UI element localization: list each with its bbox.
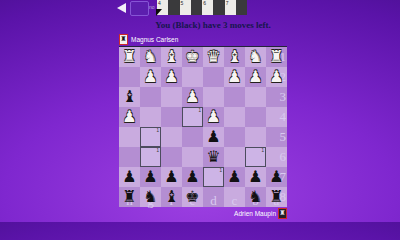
square-f7[interactable]: ♟: [161, 167, 182, 187]
square-f1[interactable]: ♝: [161, 47, 182, 67]
white-p-piece[interactable]: ♟: [224, 67, 245, 87]
square-d7[interactable]: 1: [203, 167, 224, 187]
black-p-piece[interactable]: ♟: [119, 167, 140, 187]
square-a2[interactable]: 2♟: [266, 67, 287, 87]
rank-label-4: 4: [280, 109, 287, 125]
strip-square-number: 6: [203, 0, 206, 6]
square-d8[interactable]: d: [203, 187, 224, 207]
square-d1[interactable]: ♛: [203, 47, 224, 67]
square-d6[interactable]: ♛: [203, 147, 224, 167]
square-e2[interactable]: [182, 67, 203, 87]
square-e7[interactable]: ♟: [182, 167, 203, 187]
black-p-piece[interactable]: ♟: [266, 167, 287, 187]
white-p-piece[interactable]: ♟: [203, 107, 224, 127]
strip-square-7[interactable]: 7: [225, 0, 236, 15]
chess-board[interactable]: ♜♞♝♚♛♝♞1♜♟♟♟♟2♟♝♟3♟1♟41♟51♛16♟♟♟♟1♟♟7♟h♜…: [119, 46, 287, 207]
player-bottom-name: Adrien Maupin: [234, 210, 276, 217]
square-a7[interactable]: 7♟: [266, 167, 287, 187]
square-b1[interactable]: ♞: [245, 47, 266, 67]
square-h4[interactable]: ♟: [119, 107, 140, 127]
square-c2[interactable]: ♟: [224, 67, 245, 87]
square-a6[interactable]: 6: [266, 147, 287, 167]
rank-label-5: 5: [280, 129, 287, 145]
strip-square-2[interactable]: [168, 0, 179, 15]
square-a3[interactable]: 3: [266, 87, 287, 107]
square-e3[interactable]: ♟: [182, 87, 203, 107]
square-c7[interactable]: ♟: [224, 167, 245, 187]
square-e8[interactable]: e♚: [182, 187, 203, 207]
black-p-piece[interactable]: ♟: [245, 167, 266, 187]
player-top: ♜ Magnus Carlsen: [119, 33, 287, 46]
strip-square-number: 5: [181, 0, 184, 6]
square-e5[interactable]: [182, 127, 203, 147]
square-e4[interactable]: 1: [182, 107, 203, 127]
square-d3[interactable]: [203, 87, 224, 107]
square-e6[interactable]: [182, 147, 203, 167]
square-h1[interactable]: ♜: [119, 47, 140, 67]
square-c5[interactable]: [224, 127, 245, 147]
square-c6[interactable]: [224, 147, 245, 167]
square-b3[interactable]: [245, 87, 266, 107]
square-h2[interactable]: [119, 67, 140, 87]
square-f6[interactable]: [161, 147, 182, 167]
square-d4[interactable]: ♟: [203, 107, 224, 127]
player-top-name: Magnus Carlsen: [131, 36, 178, 43]
mouse-cursor-icon: [156, 9, 162, 16]
square-h7[interactable]: ♟: [119, 167, 140, 187]
strip-square-number: 7: [226, 0, 229, 6]
strip-square-5[interactable]: 6: [202, 0, 213, 15]
black-p-piece[interactable]: ♟: [224, 167, 245, 187]
black-q-piece[interactable]: ♛: [203, 147, 224, 167]
strip-square-number: 4: [158, 0, 161, 6]
square-e1[interactable]: ♚: [182, 47, 203, 67]
white-n-piece[interactable]: ♞: [140, 47, 161, 67]
strip-square-8[interactable]: [236, 0, 247, 15]
square-f5[interactable]: [161, 127, 182, 147]
square-d2[interactable]: [203, 67, 224, 87]
square-h3[interactable]: ♝: [119, 87, 140, 107]
white-p-piece[interactable]: ♟: [161, 67, 182, 87]
white-p-piece[interactable]: ♟: [182, 87, 203, 107]
square-b8[interactable]: b♞: [245, 187, 266, 207]
square-g4[interactable]: [140, 107, 161, 127]
square-g7[interactable]: ♟: [140, 167, 161, 187]
chess-panel: ♜ Magnus Carlsen ♜♞♝♚♛♝♞1♜♟♟♟♟2♟♝♟3♟1♟41…: [119, 33, 287, 219]
square-a8[interactable]: a8♜: [266, 187, 287, 207]
square-h5[interactable]: [119, 127, 140, 147]
square-c8[interactable]: c: [224, 187, 245, 207]
black-b-piece[interactable]: ♝: [161, 187, 182, 207]
highlight-corner-mark: 1: [156, 148, 159, 153]
highlight-corner-mark: 1: [198, 108, 201, 113]
black-r-piece[interactable]: ♜: [266, 187, 287, 207]
thumbnail-strip[interactable]: 4567: [157, 0, 247, 15]
black-p-piece[interactable]: ♟: [161, 167, 182, 187]
square-h6[interactable]: [119, 147, 140, 167]
black-n-piece[interactable]: ♞: [245, 187, 266, 207]
rank-label-6: 6: [280, 149, 287, 165]
square-g1[interactable]: ♞: [140, 47, 161, 67]
white-p-piece[interactable]: ♟: [245, 67, 266, 87]
strip-square-4[interactable]: [191, 0, 202, 15]
highlight-corner-mark: 1: [261, 148, 264, 153]
square-f2[interactable]: ♟: [161, 67, 182, 87]
black-n-piece[interactable]: ♞: [140, 187, 161, 207]
rank-label-3: 3: [280, 89, 287, 105]
black-p-piece[interactable]: ♟: [140, 167, 161, 187]
white-p-piece[interactable]: ♟: [266, 67, 287, 87]
black-k-piece[interactable]: ♚: [182, 187, 203, 207]
square-b6[interactable]: 1: [245, 147, 266, 167]
white-k-piece[interactable]: ♚: [182, 47, 203, 67]
status-message: You (Black) have 3 moves left.: [113, 20, 313, 30]
square-d5[interactable]: ♟: [203, 127, 224, 147]
square-g8[interactable]: g♞: [140, 187, 161, 207]
file-label-d: d: [203, 193, 224, 209]
strip-button[interactable]: [130, 1, 149, 16]
square-g5[interactable]: 1: [140, 127, 161, 147]
highlight-corner-mark: 1: [219, 168, 222, 173]
square-b7[interactable]: ♟: [245, 167, 266, 187]
strip-square-6[interactable]: [213, 0, 224, 15]
black-p-piece[interactable]: ♟: [203, 127, 224, 147]
square-g2[interactable]: ♟: [140, 67, 161, 87]
square-c4[interactable]: [224, 107, 245, 127]
player-bottom-piece-icon: ♜: [278, 208, 287, 219]
black-r-piece[interactable]: ♜: [119, 187, 140, 207]
square-f3[interactable]: [161, 87, 182, 107]
square-c1[interactable]: ♝: [224, 47, 245, 67]
square-a5[interactable]: 5: [266, 127, 287, 147]
square-c3[interactable]: [224, 87, 245, 107]
black-p-piece[interactable]: ♟: [182, 167, 203, 187]
square-f8[interactable]: f♝: [161, 187, 182, 207]
white-r-piece[interactable]: ♜: [119, 47, 140, 67]
white-n-piece[interactable]: ♞: [245, 47, 266, 67]
square-a4[interactable]: 4: [266, 107, 287, 127]
strip-note: no: [149, 4, 155, 10]
white-b-piece[interactable]: ♝: [161, 47, 182, 67]
square-a1[interactable]: 1♜: [266, 47, 287, 67]
white-r-piece[interactable]: ♜: [266, 47, 287, 67]
white-p-piece[interactable]: ♟: [119, 107, 140, 127]
prev-arrow-icon[interactable]: [117, 3, 126, 13]
square-f4[interactable]: [161, 107, 182, 127]
square-g6[interactable]: 1: [140, 147, 161, 167]
highlight-corner-mark: 1: [156, 128, 159, 133]
square-b2[interactable]: ♟: [245, 67, 266, 87]
white-p-piece[interactable]: ♟: [140, 67, 161, 87]
player-top-piece-icon: ♜: [119, 34, 128, 45]
file-label-c: c: [224, 193, 245, 209]
white-q-piece[interactable]: ♛: [203, 47, 224, 67]
square-h8[interactable]: h♜: [119, 187, 140, 207]
white-b-piece[interactable]: ♝: [224, 47, 245, 67]
square-b5[interactable]: [245, 127, 266, 147]
square-g3[interactable]: [140, 87, 161, 107]
strip-square-3[interactable]: 5: [180, 0, 191, 15]
black-b-piece[interactable]: ♝: [119, 87, 140, 107]
square-b4[interactable]: [245, 107, 266, 127]
